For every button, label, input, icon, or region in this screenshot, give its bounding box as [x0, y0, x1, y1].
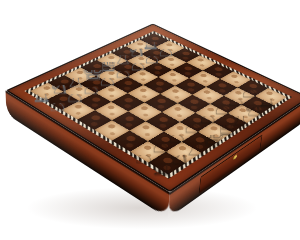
board-square[interactable]	[61, 101, 95, 120]
rosewood-frame: ♜♟♟♜♞♟♟♞♝♟♟♝♛♟♟♛♚♟♟♚♝♟♟♝♞♟♟♞♜♟♟♜	[8, 25, 300, 191]
chess-board: ♜♟♟♜♞♟♟♞♝♟♟♝♛♟♟♛♚♟♟♚♝♟♟♝♞♟♟♞♜♟♟♜	[6, 24, 300, 193]
board-square[interactable]	[160, 86, 192, 103]
scene-3d: ♜♟♟♜♞♟♟♞♝♟♟♝♛♟♟♛♚♟♟♚♝♟♟♝♞♟♟♞♜♟♟♜	[0, 0, 300, 240]
chess-set-photo: ♜♟♟♜♞♟♟♞♝♟♟♝♛♟♟♛♚♟♟♚♝♟♟♝♞♟♟♞♜♟♟♜	[0, 0, 300, 240]
board-square[interactable]: ♜	[149, 152, 186, 174]
